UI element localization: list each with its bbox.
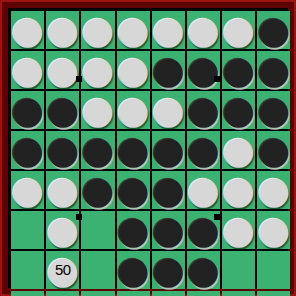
- board-cell-d4[interactable]: ●: [117, 131, 150, 169]
- board-cell-a4[interactable]: ●: [11, 131, 44, 169]
- black-disc: ●: [117, 131, 150, 169]
- board-cell-h4[interactable]: ●: [257, 131, 290, 169]
- board-cell-b1[interactable]: ●: [46, 11, 79, 49]
- black-disc: ●: [46, 91, 79, 129]
- white-disc: ●: [152, 11, 185, 49]
- board-cell-c1[interactable]: ●: [81, 11, 114, 49]
- board-cell-b7[interactable]: ●50: [46, 251, 79, 289]
- board-cell-e8[interactable]: ●: [152, 291, 185, 296]
- black-disc: ●: [257, 11, 290, 49]
- black-disc: ●: [257, 51, 290, 89]
- board-cell-e2[interactable]: ●: [152, 51, 185, 89]
- board-cell-e6[interactable]: ●: [152, 211, 185, 249]
- board-cell-d5[interactable]: ●: [117, 171, 150, 209]
- black-disc: ●: [11, 131, 44, 169]
- board-cell-a2[interactable]: ●: [11, 51, 44, 89]
- black-disc: ●: [257, 131, 290, 169]
- board-cell-h1[interactable]: ●: [257, 11, 290, 49]
- board-cell-b4[interactable]: ●: [46, 131, 79, 169]
- black-disc: ●: [187, 91, 220, 129]
- othello-board: ●●●●●●●●●●●●●●●●●●●●●●●●●●●●●●●●●●●●●●●●…: [8, 8, 288, 288]
- black-disc: ●: [152, 171, 185, 209]
- black-disc: ●: [187, 131, 220, 169]
- white-disc: ●: [46, 251, 79, 289]
- white-disc: ●: [81, 51, 114, 89]
- white-disc: ●: [11, 171, 44, 209]
- star-point: [76, 76, 82, 82]
- white-disc: ●: [187, 171, 220, 209]
- board-cell-g6[interactable]: ●: [222, 211, 255, 249]
- star-point: [76, 214, 82, 220]
- white-disc: ●: [81, 91, 114, 129]
- board-cell-f8[interactable]: ●: [187, 291, 220, 296]
- board-cell-h3[interactable]: ●: [257, 91, 290, 129]
- board-cell-b2[interactable]: ●: [46, 51, 79, 89]
- white-disc: ●: [117, 11, 150, 49]
- board-cell-a5[interactable]: ●: [11, 171, 44, 209]
- board-cell-f7[interactable]: ●: [187, 251, 220, 289]
- board-cell-g8[interactable]: [222, 291, 255, 296]
- white-disc: ●: [46, 11, 79, 49]
- white-disc: ●: [46, 211, 79, 249]
- board-cell-h5[interactable]: ●: [257, 171, 290, 209]
- white-disc: ●: [117, 51, 150, 89]
- board-cell-a1[interactable]: ●: [11, 11, 44, 49]
- white-disc: ●: [187, 11, 220, 49]
- board-cell-g2[interactable]: ●: [222, 51, 255, 89]
- board-cell-c7[interactable]: [81, 251, 114, 289]
- board-cell-f2[interactable]: ●: [187, 51, 220, 89]
- black-disc: ●: [187, 251, 220, 289]
- white-disc: ●: [81, 11, 114, 49]
- board-cell-g1[interactable]: ●: [222, 11, 255, 49]
- black-disc: ●: [222, 51, 255, 89]
- black-disc: ●: [117, 291, 150, 296]
- board-cell-f1[interactable]: ●: [187, 11, 220, 49]
- board-cell-d6[interactable]: ●: [117, 211, 150, 249]
- black-disc: ●: [81, 131, 114, 169]
- board-cell-h7[interactable]: [257, 251, 290, 289]
- board-cell-a3[interactable]: ●: [11, 91, 44, 129]
- board-cell-c6[interactable]: [81, 211, 114, 249]
- board-cell-b8[interactable]: [46, 291, 79, 296]
- black-disc: ●: [81, 171, 114, 209]
- board-cell-c8[interactable]: ●: [81, 291, 114, 296]
- board-cell-d2[interactable]: ●: [117, 51, 150, 89]
- board-cell-e3[interactable]: ●: [152, 91, 185, 129]
- white-disc: ●: [11, 11, 44, 49]
- board-cell-g4[interactable]: ●: [222, 131, 255, 169]
- black-disc: ●: [187, 51, 220, 89]
- board-frame: ●●●●●●●●●●●●●●●●●●●●●●●●●●●●●●●●●●●●●●●●…: [0, 0, 296, 296]
- board-cell-c3[interactable]: ●: [81, 91, 114, 129]
- board-cell-h6[interactable]: ●: [257, 211, 290, 249]
- board-cell-e4[interactable]: ●: [152, 131, 185, 169]
- black-disc: ●: [222, 91, 255, 129]
- move-number-label: 50: [55, 262, 71, 277]
- black-disc: ●: [11, 91, 44, 129]
- black-disc: ●: [152, 131, 185, 169]
- board-cell-b5[interactable]: ●: [46, 171, 79, 209]
- white-disc: ●: [46, 171, 79, 209]
- board-cell-d3[interactable]: ●: [117, 91, 150, 129]
- board-cell-d8[interactable]: ●: [117, 291, 150, 296]
- white-disc: ●: [117, 91, 150, 129]
- black-disc: ●: [152, 51, 185, 89]
- star-point: [214, 214, 220, 220]
- white-disc: ●: [46, 51, 79, 89]
- board-cell-d1[interactable]: ●: [117, 11, 150, 49]
- black-disc: ●: [117, 171, 150, 209]
- white-disc: ●: [222, 211, 255, 249]
- black-disc: ●: [152, 211, 185, 249]
- board-cell-f5[interactable]: ●: [187, 171, 220, 209]
- black-disc: ●: [117, 211, 150, 249]
- board-cell-c5[interactable]: ●: [81, 171, 114, 209]
- white-disc: ●: [257, 171, 290, 209]
- black-disc: ●: [152, 291, 185, 296]
- black-disc: ●: [187, 291, 220, 296]
- white-disc: ●: [257, 211, 290, 249]
- black-disc: ●: [46, 131, 79, 169]
- board-cell-g5[interactable]: ●: [222, 171, 255, 209]
- white-disc: ●: [222, 131, 255, 169]
- white-disc: ●: [222, 11, 255, 49]
- board-cell-h2[interactable]: ●: [257, 51, 290, 89]
- board-cell-a8[interactable]: [11, 291, 44, 296]
- board-cell-f4[interactable]: ●: [187, 131, 220, 169]
- black-disc: ●: [152, 251, 185, 289]
- board-cell-f3[interactable]: ●: [187, 91, 220, 129]
- board-cell-g3[interactable]: ●: [222, 91, 255, 129]
- black-disc: ●: [257, 91, 290, 129]
- star-point: [214, 76, 220, 82]
- board-cell-e5[interactable]: ●: [152, 171, 185, 209]
- black-disc: ●: [81, 291, 114, 296]
- board-cell-h8[interactable]: [257, 291, 290, 296]
- board-cell-e7[interactable]: ●: [152, 251, 185, 289]
- white-disc: ●: [222, 171, 255, 209]
- board-cell-b3[interactable]: ●: [46, 91, 79, 129]
- white-disc: ●: [152, 91, 185, 129]
- board-cell-b6[interactable]: ●: [46, 211, 79, 249]
- board-cell-c2[interactable]: ●: [81, 51, 114, 89]
- white-disc: ●: [11, 51, 44, 89]
- board-cell-a6[interactable]: [11, 211, 44, 249]
- black-disc: ●: [117, 251, 150, 289]
- board-cell-e1[interactable]: ●: [152, 11, 185, 49]
- board-cell-d7[interactable]: ●: [117, 251, 150, 289]
- board-cell-g7[interactable]: [222, 251, 255, 289]
- board-cell-a7[interactable]: [11, 251, 44, 289]
- board-cell-c4[interactable]: ●: [81, 131, 114, 169]
